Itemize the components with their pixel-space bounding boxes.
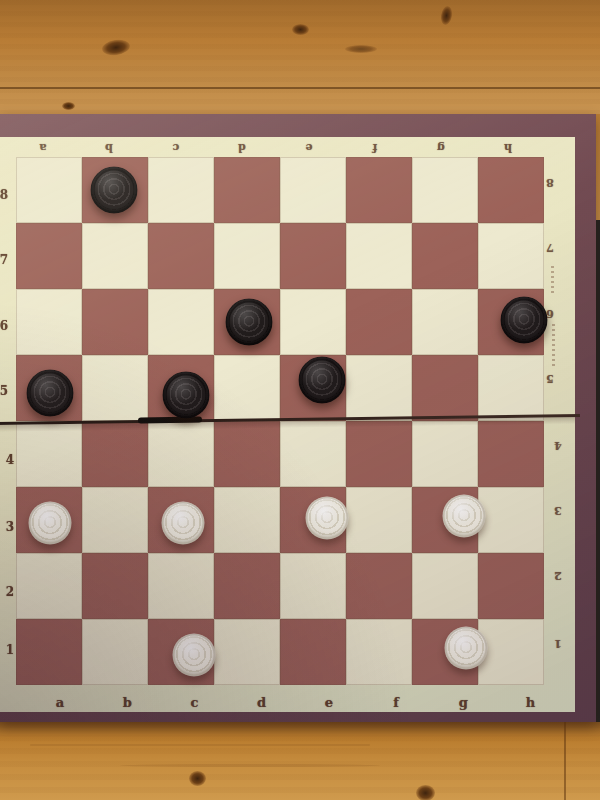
file-label-bottom-g: g [459,695,468,710]
checker-black-a5[interactable] [27,370,74,417]
square-g4[interactable] [412,421,478,487]
wood-table-top [0,0,600,114]
square-f6[interactable] [346,289,412,355]
rank-label-right-4: 4 [554,439,562,452]
square-b3[interactable] [82,487,148,553]
file-label-bottom-d: d [257,695,266,710]
rank-label-left-8: 8 [0,188,8,202]
file-label-top-f: f [373,141,378,154]
rank-label-right-7: 7 [546,241,554,254]
file-label-top-a: a [39,141,46,154]
square-a2[interactable] [16,553,82,619]
checker-black-d6[interactable] [226,299,273,346]
square-h4[interactable] [478,421,544,487]
checker-black-b8[interactable] [91,167,138,214]
rank-label-right-5: 5 [546,372,554,385]
file-label-top-g: g [438,141,446,154]
rank-label-left-4: 4 [6,453,14,467]
square-h2[interactable] [478,553,544,619]
wood-knot [416,785,435,800]
square-b6[interactable] [82,289,148,355]
rank-label-left-5: 5 [0,384,8,398]
square-f4[interactable] [346,421,412,487]
square-b5[interactable] [82,355,148,421]
checkers-board: abcdefghabcdefgh8765432187654321 [0,114,596,722]
file-label-bottom-f: f [393,695,399,710]
checker-white-g1[interactable] [445,627,488,670]
square-a7[interactable] [16,223,82,289]
file-label-bottom-h: h [526,695,535,710]
checker-black-c5[interactable] [163,372,210,419]
checker-black-h6[interactable] [501,297,548,344]
wood-grain-line [30,744,370,746]
wood-knot [439,5,453,26]
checker-white-a3[interactable] [29,502,72,545]
wood-table-bottom [0,722,600,800]
wood-knot [62,102,75,110]
square-e4[interactable] [280,421,346,487]
square-g6[interactable] [412,289,478,355]
file-label-top-d: d [238,141,246,154]
square-h8[interactable] [478,157,544,223]
square-b1[interactable] [82,619,148,685]
photo-scene: abcdefghabcdefgh8765432187654321 [0,0,600,800]
rank-label-left-3: 3 [6,520,14,534]
checker-white-c1[interactable] [173,634,216,677]
square-g5[interactable] [412,355,478,421]
square-g7[interactable] [412,223,478,289]
rank-label-left-7: 7 [0,253,8,267]
square-b2[interactable] [82,553,148,619]
square-b7[interactable] [82,223,148,289]
rank-label-left-6: 6 [0,319,8,333]
wood-knot [292,24,309,35]
square-e6[interactable] [280,289,346,355]
rank-label-right-2: 2 [554,569,562,582]
square-c6[interactable] [148,289,214,355]
rank-label-right-3: 3 [554,504,562,517]
square-a1[interactable] [16,619,82,685]
checker-white-c3[interactable] [162,502,205,545]
square-e1[interactable] [280,619,346,685]
square-d1[interactable] [214,619,280,685]
square-d2[interactable] [214,553,280,619]
square-f7[interactable] [346,223,412,289]
rank-label-left-2: 2 [6,585,14,599]
wood-knot [189,771,206,786]
square-f3[interactable] [346,487,412,553]
margin-print-marks [552,324,555,366]
wood-plank-seam [564,722,566,800]
square-h1[interactable] [478,619,544,685]
checker-white-g3[interactable] [443,495,486,538]
margin-print-marks [551,266,554,296]
rank-label-right-1: 1 [554,637,562,650]
file-label-bottom-b: b [123,695,132,710]
square-f2[interactable] [346,553,412,619]
checker-black-e5[interactable] [299,357,346,404]
square-c2[interactable] [148,553,214,619]
file-label-bottom-a: a [56,695,64,710]
square-g8[interactable] [412,157,478,223]
square-d5[interactable] [214,355,280,421]
square-c7[interactable] [148,223,214,289]
square-f1[interactable] [346,619,412,685]
square-a6[interactable] [16,289,82,355]
square-d4[interactable] [214,421,280,487]
square-a8[interactable] [16,157,82,223]
square-f8[interactable] [346,157,412,223]
file-label-top-c: c [172,141,179,154]
square-d7[interactable] [214,223,280,289]
square-c8[interactable] [148,157,214,223]
square-e7[interactable] [280,223,346,289]
square-e8[interactable] [280,157,346,223]
rank-label-left-1: 1 [6,643,14,657]
file-label-bottom-e: e [325,695,333,710]
square-e2[interactable] [280,553,346,619]
wood-knot [101,38,131,57]
square-d3[interactable] [214,487,280,553]
file-label-bottom-c: c [190,695,198,710]
file-label-top-b: b [106,141,114,154]
file-label-top-h: h [504,141,512,154]
square-f5[interactable] [346,355,412,421]
square-g2[interactable] [412,553,478,619]
square-c4[interactable] [148,421,214,487]
rank-label-right-8: 8 [546,176,554,189]
checker-white-e3[interactable] [306,497,349,540]
wood-knot [345,45,377,53]
file-label-top-e: e [305,141,312,154]
wood-plank-seam [0,87,600,89]
square-b4[interactable] [82,421,148,487]
wood-grain-line [120,764,380,767]
square-d8[interactable] [214,157,280,223]
square-h3[interactable] [478,487,544,553]
square-h7[interactable] [478,223,544,289]
square-h5[interactable] [478,355,544,421]
